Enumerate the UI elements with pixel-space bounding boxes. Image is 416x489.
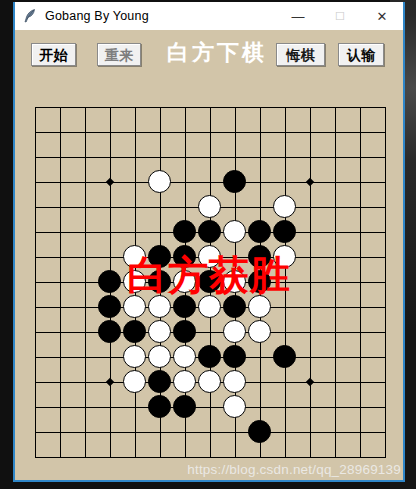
minimize-button[interactable]: — — [277, 2, 319, 30]
stone-white — [273, 195, 296, 218]
start-button[interactable]: 开始 — [31, 43, 76, 66]
stone-white — [248, 295, 271, 318]
turn-indicator-label: 白方下棋 — [147, 38, 287, 68]
restart-button[interactable]: 重来 — [97, 43, 141, 66]
stone-black — [273, 220, 296, 243]
stone-white — [223, 220, 246, 243]
stone-black — [223, 345, 246, 368]
star-point — [306, 378, 314, 386]
stone-white — [248, 320, 271, 343]
stone-black — [173, 220, 196, 243]
undo-button[interactable]: 悔棋 — [276, 43, 325, 66]
stone-white — [148, 295, 171, 318]
stone-black — [223, 170, 246, 193]
stone-black — [248, 220, 271, 243]
window-title: Gobang By Young — [45, 9, 149, 23]
stone-white — [223, 320, 246, 343]
stone-black — [223, 295, 246, 318]
stone-white — [198, 295, 221, 318]
window-controls: — ☐ ✕ — [277, 2, 403, 30]
stone-black — [248, 420, 271, 443]
grid-line-horizontal — [35, 332, 386, 333]
watermark-url: https://blog.csdn.net/qq_28969139 — [187, 462, 401, 477]
stone-black — [98, 320, 121, 343]
grid-line-horizontal — [35, 432, 386, 433]
stone-black — [198, 220, 221, 243]
gobang-app-window: Gobang By Young — ☐ ✕ 开始 重来 白方下棋 悔棋 认输 白… — [13, 2, 405, 482]
stone-black — [173, 295, 196, 318]
stone-white — [198, 195, 221, 218]
stone-black — [148, 395, 171, 418]
star-point — [306, 178, 314, 186]
maximize-button[interactable]: ☐ — [319, 2, 361, 30]
stone-white — [223, 395, 246, 418]
grid-line-horizontal — [35, 407, 386, 408]
star-point — [106, 178, 114, 186]
stone-black — [98, 295, 121, 318]
stone-black — [173, 320, 196, 343]
stone-white — [223, 370, 246, 393]
stone-black — [273, 345, 296, 368]
titlebar[interactable]: Gobang By Young — ☐ ✕ — [15, 2, 403, 30]
gobang-board[interactable]: 白方获胜 https://blog.csdn.net/qq_28969139 — [15, 75, 403, 480]
stone-white — [123, 370, 146, 393]
resign-button[interactable]: 认输 — [338, 43, 384, 66]
stone-white — [148, 345, 171, 368]
stone-white — [123, 345, 146, 368]
stone-white — [173, 345, 196, 368]
stone-black — [148, 370, 171, 393]
stone-white — [123, 295, 146, 318]
grid-line-horizontal — [35, 457, 386, 458]
stone-white — [148, 320, 171, 343]
stone-white — [148, 170, 171, 193]
tk-feather-icon — [22, 8, 38, 24]
stone-white — [198, 370, 221, 393]
game-result-text: 白方获胜 — [15, 255, 403, 295]
stone-black — [173, 395, 196, 418]
close-button[interactable]: ✕ — [361, 2, 403, 30]
stone-black — [198, 345, 221, 368]
star-point — [106, 378, 114, 386]
toolbar: 开始 重来 白方下棋 悔棋 认输 — [15, 30, 403, 75]
stone-white — [173, 370, 196, 393]
stone-black — [123, 320, 146, 343]
